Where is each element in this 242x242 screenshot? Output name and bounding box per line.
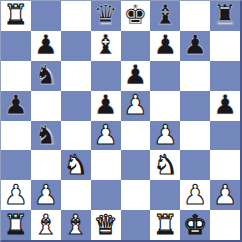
square-e5[interactable]: ♟ (121, 91, 151, 121)
square-f2[interactable] (150, 180, 180, 210)
square-d1[interactable]: ♛ (91, 210, 121, 240)
square-g2[interactable]: ♟ (180, 180, 210, 210)
square-a7[interactable] (1, 31, 31, 61)
piece-white-pawn-f4[interactable]: ♟ (153, 121, 177, 148)
square-d4[interactable]: ♟ (91, 121, 121, 151)
piece-black-rook-h8[interactable]: ♜ (213, 1, 237, 28)
square-c6[interactable] (61, 61, 91, 91)
square-e4[interactable] (121, 121, 151, 151)
square-g6[interactable] (180, 61, 210, 91)
piece-white-pawn-d4[interactable]: ♟ (93, 121, 117, 148)
square-d6[interactable] (91, 61, 121, 91)
piece-white-bishop-b1[interactable]: ♝ (34, 211, 58, 238)
square-c2[interactable] (61, 180, 91, 210)
square-d3[interactable] (91, 150, 121, 180)
piece-black-pawn-g7[interactable]: ♟ (183, 31, 207, 58)
square-f1[interactable]: ♜ (150, 210, 180, 240)
square-c4[interactable] (61, 121, 91, 151)
square-b7[interactable]: ♟ (31, 31, 61, 61)
square-b5[interactable] (31, 91, 61, 121)
square-e3[interactable] (121, 150, 151, 180)
piece-white-rook-a1[interactable]: ♜ (4, 211, 28, 238)
square-a5[interactable]: ♟ (1, 91, 31, 121)
square-c3[interactable]: ♞ (61, 150, 91, 180)
square-h6[interactable] (210, 61, 240, 91)
piece-black-bishop-d7[interactable]: ♝ (93, 31, 117, 58)
piece-black-pawn-f7[interactable]: ♟ (153, 31, 177, 58)
piece-black-pawn-a5[interactable]: ♟ (4, 91, 28, 118)
piece-white-rook-f1[interactable]: ♜ (153, 211, 177, 238)
square-e2[interactable] (121, 180, 151, 210)
square-f6[interactable] (150, 61, 180, 91)
square-b3[interactable] (31, 150, 61, 180)
board-grid: ♜♛♚♝♜♟♝♟♟♞♟♟♟♟♟♞♟♟♞♞♟♟♟♟♜♝♝♛♜♚ (1, 1, 240, 240)
square-g3[interactable] (180, 150, 210, 180)
square-b2[interactable]: ♟ (31, 180, 61, 210)
piece-white-pawn-e5[interactable]: ♟ (123, 91, 147, 118)
piece-white-queen-d1[interactable]: ♛ (93, 211, 117, 238)
square-e8[interactable]: ♚ (121, 1, 151, 31)
square-a2[interactable]: ♟ (1, 180, 31, 210)
piece-black-queen-d8[interactable]: ♛ (93, 1, 117, 28)
square-g5[interactable] (180, 91, 210, 121)
square-d8[interactable]: ♛ (91, 1, 121, 31)
square-g4[interactable] (180, 121, 210, 151)
square-h3[interactable] (210, 150, 240, 180)
piece-black-knight-b4[interactable]: ♞ (34, 121, 58, 148)
piece-white-knight-c3[interactable]: ♞ (64, 151, 88, 178)
square-a3[interactable] (1, 150, 31, 180)
square-c8[interactable] (61, 1, 91, 31)
square-h2[interactable]: ♟ (210, 180, 240, 210)
square-d7[interactable]: ♝ (91, 31, 121, 61)
square-h5[interactable]: ♟ (210, 91, 240, 121)
square-d2[interactable] (91, 180, 121, 210)
square-a1[interactable]: ♜ (1, 210, 31, 240)
piece-white-king-g1[interactable]: ♚ (183, 211, 207, 238)
piece-black-pawn-d5[interactable]: ♟ (93, 91, 117, 118)
square-h1[interactable] (210, 210, 240, 240)
square-e6[interactable]: ♟ (121, 61, 151, 91)
square-h8[interactable]: ♜ (210, 1, 240, 31)
piece-black-pawn-b7[interactable]: ♟ (34, 31, 58, 58)
square-g7[interactable]: ♟ (180, 31, 210, 61)
square-d5[interactable]: ♟ (91, 91, 121, 121)
square-f4[interactable]: ♟ (150, 121, 180, 151)
square-c1[interactable]: ♝ (61, 210, 91, 240)
piece-black-pawn-e6[interactable]: ♟ (123, 61, 147, 88)
square-e7[interactable] (121, 31, 151, 61)
piece-black-knight-b6[interactable]: ♞ (34, 61, 58, 88)
piece-white-bishop-c1[interactable]: ♝ (64, 211, 88, 238)
piece-white-pawn-h2[interactable]: ♟ (213, 181, 237, 208)
square-a4[interactable] (1, 121, 31, 151)
square-f3[interactable]: ♞ (150, 150, 180, 180)
piece-white-knight-f3[interactable]: ♞ (153, 151, 177, 178)
square-a6[interactable] (1, 61, 31, 91)
piece-white-pawn-a2[interactable]: ♟ (4, 181, 28, 208)
square-b6[interactable]: ♞ (31, 61, 61, 91)
square-b4[interactable]: ♞ (31, 121, 61, 151)
piece-black-pawn-h5[interactable]: ♟ (213, 91, 237, 118)
square-h7[interactable] (210, 31, 240, 61)
square-g8[interactable] (180, 1, 210, 31)
piece-black-bishop-f8[interactable]: ♝ (153, 1, 177, 28)
chessboard: ♜♛♚♝♜♟♝♟♟♞♟♟♟♟♟♞♟♟♞♞♟♟♟♟♜♝♝♛♜♚ (0, 0, 242, 242)
piece-black-king-e8[interactable]: ♚ (123, 1, 147, 28)
piece-white-pawn-g2[interactable]: ♟ (183, 181, 207, 208)
square-c5[interactable] (61, 91, 91, 121)
square-h4[interactable] (210, 121, 240, 151)
square-f5[interactable] (150, 91, 180, 121)
square-g1[interactable]: ♚ (180, 210, 210, 240)
square-b1[interactable]: ♝ (31, 210, 61, 240)
square-e1[interactable] (121, 210, 151, 240)
square-f7[interactable]: ♟ (150, 31, 180, 61)
square-c7[interactable] (61, 31, 91, 61)
square-f8[interactable]: ♝ (150, 1, 180, 31)
square-b8[interactable] (31, 1, 61, 31)
piece-white-rook-a8[interactable]: ♜ (4, 1, 28, 28)
square-a8[interactable]: ♜ (1, 1, 31, 31)
piece-white-pawn-b2[interactable]: ♟ (34, 181, 58, 208)
